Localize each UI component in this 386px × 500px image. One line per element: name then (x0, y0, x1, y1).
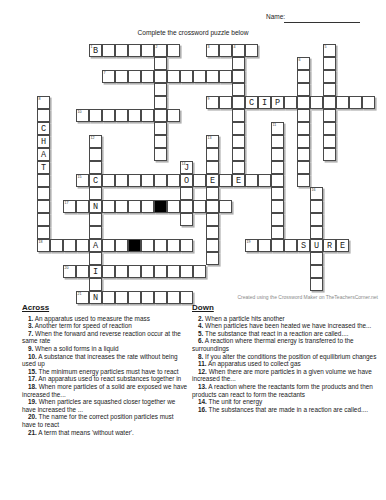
grid-cell[interactable] (89, 252, 102, 265)
grid-cell[interactable] (180, 200, 193, 213)
grid-cell[interactable] (102, 200, 115, 213)
prefilled-letter: C (93, 177, 98, 185)
clue-item-number: 4. (198, 322, 203, 329)
clue-number: 12 (91, 136, 95, 140)
clue-number: 14 (182, 162, 186, 166)
clue-number: 18 (39, 240, 43, 244)
grid-cell[interactable]: 18 (37, 239, 50, 252)
grid-cell[interactable] (141, 70, 154, 83)
grid-cell[interactable] (89, 213, 102, 226)
grid-cell[interactable]: 19 (245, 239, 258, 252)
prefilled-letter: U (314, 242, 319, 250)
grid-cell[interactable] (206, 148, 219, 161)
clue-item: 16. The substances that are made in a re… (192, 406, 378, 414)
grid-cell[interactable] (154, 148, 167, 161)
grid-cell[interactable]: A (37, 148, 50, 161)
clue-item-number: 10. (28, 353, 37, 360)
grid-cell[interactable]: T (37, 161, 50, 174)
grid-cell[interactable] (180, 213, 193, 226)
grid-cell[interactable] (167, 70, 180, 83)
grid-cell[interactable] (102, 239, 115, 252)
clue-item: 19. When particles are squashed closer t… (22, 398, 188, 413)
clue-item: 4. When particles have been heated we ha… (192, 322, 378, 330)
grid-cell[interactable] (232, 135, 245, 148)
grid-cell[interactable] (323, 148, 336, 161)
grid-cell[interactable] (323, 122, 336, 135)
clue-number: 21 (78, 292, 82, 296)
grid-cell[interactable] (141, 200, 154, 213)
grid-cell[interactable] (141, 239, 154, 252)
grid-cell[interactable] (115, 239, 128, 252)
grid-cell[interactable] (310, 278, 323, 291)
grid-cell[interactable]: S (297, 239, 310, 252)
clue-number: 17 (65, 201, 69, 205)
grid-cell[interactable] (37, 109, 50, 122)
grid-cell[interactable] (310, 200, 323, 213)
clue-item-number: 8. (198, 353, 203, 360)
grid-cell[interactable] (37, 187, 50, 200)
grid-cell[interactable] (141, 265, 154, 278)
grid-cell[interactable] (50, 239, 63, 252)
grid-cell[interactable] (37, 174, 50, 187)
clue-item: 14. The unit for energy (192, 398, 378, 406)
prefilled-letter: S (301, 242, 306, 250)
clue-number: 9 (208, 97, 210, 101)
grid-cell[interactable] (115, 44, 128, 57)
grid-cell[interactable] (89, 109, 102, 122)
prefilled-letter: N (93, 203, 98, 211)
clue-item-number: 18. (28, 383, 37, 390)
grid-cell[interactable] (271, 135, 284, 148)
grid-cell[interactable]: 7 (102, 70, 115, 83)
blocked-cell (128, 239, 141, 252)
clue-number: 16 (312, 188, 316, 192)
grid-cell[interactable]: 4 (232, 44, 245, 57)
grid-cell[interactable]: R (323, 239, 336, 252)
grid-cell[interactable] (297, 109, 310, 122)
grid-cell[interactable] (102, 109, 115, 122)
clue-item-number: 5. (198, 330, 203, 337)
grid-cell[interactable]: O (180, 174, 193, 187)
grid-cell[interactable]: 8 (37, 96, 50, 109)
grid-cell[interactable] (154, 96, 167, 109)
clue-item-number: 20. (28, 413, 37, 420)
clue-item-number: 17. (28, 375, 37, 382)
grid-cell[interactable] (89, 278, 102, 291)
grid-cell[interactable] (154, 291, 167, 304)
clue-item-number: 2. (198, 315, 203, 322)
grid-cell[interactable] (323, 70, 336, 83)
grid-cell[interactable]: 5 (323, 44, 336, 57)
grid-cell[interactable] (271, 148, 284, 161)
clue-number: 8 (39, 97, 41, 101)
clue-number: 15 (78, 175, 82, 179)
grid-cell[interactable]: 16 (310, 187, 323, 200)
grid-cell[interactable]: 13 (206, 135, 219, 148)
grid-cell[interactable] (193, 200, 206, 213)
grid-cell[interactable] (102, 174, 115, 187)
grid-cell[interactable] (89, 148, 102, 161)
grid-cell[interactable] (206, 187, 219, 200)
prefilled-letter: B (93, 47, 98, 55)
clue-item: 8. If you alter the conditions the posit… (192, 353, 378, 361)
grid-cell[interactable] (115, 265, 128, 278)
clue-number: 20 (65, 266, 69, 270)
grid-cell[interactable] (167, 174, 180, 187)
grid-cell[interactable] (141, 291, 154, 304)
grid-cell[interactable]: 11 (271, 122, 284, 135)
grid-cell[interactable]: 3 (206, 44, 219, 57)
grid-cell[interactable] (154, 70, 167, 83)
grid-cell[interactable] (271, 174, 284, 187)
grid-cell[interactable] (128, 44, 141, 57)
grid-cell[interactable] (297, 83, 310, 96)
clue-item-number: 13. (198, 383, 207, 390)
grid-cell[interactable] (128, 265, 141, 278)
grid-cell[interactable] (258, 174, 271, 187)
grid-cell[interactable]: 12 (89, 135, 102, 148)
grid-cell[interactable] (245, 44, 258, 57)
prefilled-letter: C (249, 99, 254, 107)
clue-item: 1. An apparatus used to measure the mass (22, 315, 188, 323)
across-clues-section: Across 1. An apparatus used to measure t… (22, 304, 188, 436)
grid-cell[interactable] (271, 161, 284, 174)
grid-cell[interactable]: C (245, 96, 258, 109)
grid-cell[interactable] (141, 44, 154, 57)
clue-item-number: 21. (28, 429, 37, 436)
grid-cell[interactable] (141, 174, 154, 187)
across-clue-list: 1. An apparatus used to measure the mass… (22, 315, 188, 437)
clue-item: 15. The minimum energy particles must ha… (22, 368, 188, 376)
grid-cell[interactable] (115, 70, 128, 83)
grid-cell[interactable] (76, 265, 89, 278)
grid-cell[interactable] (193, 70, 206, 83)
clue-item: 17. An apparatus used to react substance… (22, 375, 188, 383)
grid-cell[interactable]: 10 (76, 109, 89, 122)
grid-cell[interactable] (102, 291, 115, 304)
grid-cell[interactable] (115, 291, 128, 304)
clue-item-number: 1. (28, 315, 33, 322)
clue-number: 6 (299, 58, 301, 62)
down-heading: Down (192, 304, 378, 312)
grid-cell[interactable] (310, 213, 323, 226)
prefilled-letter: E (236, 177, 241, 185)
clue-number: 19 (247, 240, 251, 244)
clue-item: 10. A substance that increases the rate … (22, 353, 188, 368)
grid-cell[interactable]: E (206, 174, 219, 187)
grid-cell[interactable] (115, 174, 128, 187)
grid-cell[interactable] (37, 213, 50, 226)
prefilled-letter: A (41, 151, 46, 159)
clue-item: 20. The name for the correct position pa… (22, 413, 188, 428)
credit-text: Created using the Crossword Maker on The… (237, 294, 378, 300)
grid-cell[interactable] (141, 109, 154, 122)
clue-number: 11 (273, 123, 277, 127)
grid-cell[interactable] (206, 252, 219, 265)
grid-cell[interactable] (180, 70, 193, 83)
clue-item: 21. A term that means 'without water'. (22, 429, 188, 437)
grid-cell[interactable] (232, 148, 245, 161)
grid-cell[interactable] (206, 200, 219, 213)
grid-cell[interactable] (323, 135, 336, 148)
grid-cell[interactable] (167, 239, 180, 252)
grid-cell[interactable] (206, 226, 219, 239)
across-heading: Across (22, 304, 188, 312)
grid-cell[interactable] (219, 200, 232, 213)
grid-cell[interactable] (154, 174, 167, 187)
grid-cell[interactable]: I (258, 96, 271, 109)
grid-cell[interactable] (232, 96, 245, 109)
grid-cell[interactable] (206, 213, 219, 226)
clue-item-number: 16. (198, 406, 207, 413)
grid-cell[interactable] (76, 200, 89, 213)
grid-cell[interactable] (180, 265, 193, 278)
grid-cell[interactable] (310, 252, 323, 265)
grid-cell[interactable] (89, 161, 102, 174)
grid-cell[interactable]: N (89, 200, 102, 213)
grid-cell[interactable] (102, 265, 115, 278)
grid-cell[interactable]: 6 (297, 57, 310, 70)
grid-cell[interactable] (297, 135, 310, 148)
grid-cell[interactable] (115, 200, 128, 213)
grid-cell[interactable] (258, 239, 271, 252)
grid-cell[interactable] (219, 96, 232, 109)
clue-item: 11. An apparatus used to collect gas (192, 360, 378, 368)
grid-cell[interactable] (310, 265, 323, 278)
prefilled-letter: I (93, 268, 98, 276)
grid-cell[interactable] (323, 83, 336, 96)
grid-cell[interactable] (89, 187, 102, 200)
clue-item-number: 9. (28, 345, 33, 352)
grid-cell[interactable] (154, 57, 167, 70)
grid-cell[interactable] (206, 161, 219, 174)
clue-number: 10 (78, 110, 82, 114)
prefilled-letter: H (41, 138, 46, 146)
grid-cell[interactable]: C (37, 122, 50, 135)
grid-cell[interactable] (245, 174, 258, 187)
grid-cell[interactable]: 9 (206, 96, 219, 109)
grid-cell[interactable] (154, 265, 167, 278)
grid-cell[interactable]: 14J (180, 161, 193, 174)
prefilled-letter: P (275, 99, 280, 107)
grid-cell[interactable] (284, 96, 297, 109)
grid-cell[interactable] (154, 135, 167, 148)
clue-number: 5 (325, 45, 327, 49)
grid-cell[interactable] (154, 109, 167, 122)
grid-cell[interactable] (63, 239, 76, 252)
prefilled-letter: I (262, 99, 267, 107)
grid-cell[interactable] (297, 174, 310, 187)
prefilled-letter: A (93, 242, 98, 250)
grid-cell[interactable]: 1B (89, 44, 102, 57)
grid-cell[interactable] (128, 291, 141, 304)
grid-cell[interactable]: 15 (76, 174, 89, 187)
grid-cell[interactable] (297, 70, 310, 83)
grid-cell[interactable] (154, 239, 167, 252)
grid-cell[interactable] (271, 187, 284, 200)
grid-cell[interactable] (76, 239, 89, 252)
clue-item-number: 3. (28, 322, 33, 329)
down-clue-list: 2. When a particle hits another4. When p… (192, 315, 378, 414)
grid-cell[interactable] (219, 44, 232, 57)
grid-cell[interactable]: N (89, 291, 102, 304)
grid-cell[interactable] (102, 44, 115, 57)
grid-cell[interactable]: H (37, 135, 50, 148)
grid-cell[interactable]: E (232, 174, 245, 187)
blocked-cell (154, 200, 167, 213)
grid-cell[interactable] (128, 200, 141, 213)
grid-cell[interactable]: 21 (76, 291, 89, 304)
clue-number: 13 (208, 136, 212, 140)
grid-cell[interactable] (115, 109, 128, 122)
clue-number: 3 (208, 45, 210, 49)
grid-cell[interactable] (37, 226, 50, 239)
grid-cell[interactable] (89, 226, 102, 239)
grid-cell[interactable] (193, 265, 206, 278)
grid-cell[interactable] (297, 96, 310, 109)
grid-cell[interactable]: 17 (63, 200, 76, 213)
grid-cell[interactable] (297, 161, 310, 174)
clue-item: 13. A reaction where the reactants form … (192, 383, 378, 398)
crossword-grid: 1B23456789CIP10C11H1213AT14J15COEE1617N1… (37, 44, 375, 304)
clue-number: 7 (104, 71, 106, 75)
grid-cell[interactable] (323, 96, 336, 109)
clue-item-number: 7. (28, 330, 33, 337)
prefilled-letter: E (210, 177, 215, 185)
grid-cell[interactable] (271, 239, 284, 252)
grid-cell[interactable] (232, 122, 245, 135)
prefilled-letter: N (93, 294, 98, 302)
grid-cell[interactable] (128, 70, 141, 83)
clue-item: 12. When there are more particles in a g… (192, 368, 378, 383)
grid-cell[interactable] (167, 109, 180, 122)
grid-cell[interactable]: A (89, 239, 102, 252)
grid-cell[interactable]: C (89, 174, 102, 187)
clue-item-number: 6. (198, 337, 203, 344)
down-clues-section: Down 2. When a particle hits another4. W… (192, 304, 378, 413)
name-input-line[interactable] (284, 21, 360, 23)
clue-item: 6. A reaction where thermal energy is tr… (192, 337, 378, 352)
prefilled-letter: T (41, 164, 46, 172)
grid-cell[interactable] (232, 57, 245, 70)
grid-cell[interactable]: E (336, 239, 349, 252)
grid-cell[interactable]: P (271, 96, 284, 109)
clue-number: 4 (234, 45, 236, 49)
grid-cell[interactable] (349, 96, 362, 109)
clue-item-number: 14. (198, 398, 207, 405)
grid-cell[interactable] (128, 109, 141, 122)
clue-item-number: 19. (28, 398, 37, 405)
grid-cell[interactable] (323, 57, 336, 70)
grid-cell[interactable] (206, 239, 219, 252)
grid-cell[interactable] (336, 96, 349, 109)
grid-cell[interactable] (37, 200, 50, 213)
grid-cell[interactable] (271, 200, 284, 213)
grid-cell[interactable] (232, 83, 245, 96)
grid-cell[interactable] (180, 187, 193, 200)
clue-item: 7. When the forward and reverse reaction… (22, 330, 188, 345)
grid-cell[interactable] (219, 174, 232, 187)
grid-cell[interactable] (271, 226, 284, 239)
grid-cell[interactable] (310, 96, 323, 109)
grid-cell[interactable]: 20 (63, 265, 76, 278)
prefilled-letter: O (184, 177, 189, 185)
grid-cell[interactable] (323, 109, 336, 122)
grid-cell[interactable] (128, 174, 141, 187)
prefilled-letter: E (340, 242, 345, 250)
grid-cell[interactable] (297, 122, 310, 135)
grid-cell[interactable] (271, 213, 284, 226)
grid-cell[interactable]: U (310, 239, 323, 252)
grid-cell[interactable] (154, 122, 167, 135)
grid-cell[interactable] (362, 96, 375, 109)
grid-cell[interactable] (167, 291, 180, 304)
clue-item: 2. When a particle hits another (192, 315, 378, 323)
grid-cell[interactable] (167, 200, 180, 213)
grid-cell[interactable] (154, 83, 167, 96)
clue-item-number: 12. (198, 368, 207, 375)
grid-cell[interactable]: I (89, 265, 102, 278)
clue-item: 5. The substance that react in a reactio… (192, 330, 378, 338)
clue-item-number: 15. (28, 368, 37, 375)
clue-number: 1 (91, 45, 93, 49)
grid-cell[interactable] (180, 239, 193, 252)
clue-item-number: 11. (198, 360, 207, 367)
clue-item: 3. Another term for speed of reaction (22, 322, 188, 330)
page-title: Complete the crossword puzzle below (0, 29, 386, 36)
clue-item: 9. When a solid forms in a liquid (22, 345, 188, 353)
grid-cell[interactable] (297, 148, 310, 161)
grid-cell[interactable] (193, 174, 206, 187)
grid-cell[interactable]: 2 (154, 44, 167, 57)
grid-cell[interactable] (310, 226, 323, 239)
grid-cell[interactable] (206, 70, 219, 83)
grid-cell[interactable] (284, 239, 297, 252)
grid-cell[interactable] (167, 265, 180, 278)
grid-cell[interactable] (167, 44, 180, 57)
grid-cell[interactable] (219, 70, 232, 83)
prefilled-letter: R (327, 242, 332, 250)
grid-cell[interactable] (232, 161, 245, 174)
grid-cell[interactable] (232, 70, 245, 83)
grid-cell[interactable] (232, 109, 245, 122)
clue-item: 18. When more particles of a solid are e… (22, 383, 188, 398)
name-label: Name: (266, 13, 285, 20)
clue-number: 2 (156, 45, 158, 49)
prefilled-letter: C (41, 125, 46, 133)
